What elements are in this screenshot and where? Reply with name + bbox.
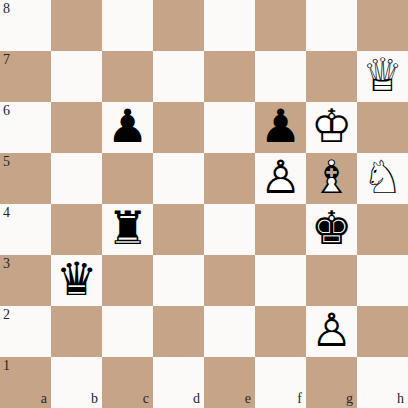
square-h7[interactable]: ♛♕ — [357, 51, 408, 102]
square-c6[interactable]: ♟ — [102, 102, 153, 153]
file-label-h: h — [397, 392, 404, 406]
square-a4[interactable]: 4 — [0, 204, 51, 255]
square-b1[interactable]: b — [51, 357, 102, 408]
square-a7[interactable]: 7 — [0, 51, 51, 102]
square-g7[interactable] — [306, 51, 357, 102]
square-d5[interactable] — [153, 153, 204, 204]
square-h3[interactable] — [357, 255, 408, 306]
square-h2[interactable] — [357, 306, 408, 357]
file-label-c: c — [143, 392, 149, 406]
square-e5[interactable] — [204, 153, 255, 204]
square-g4[interactable]: ♚ — [306, 204, 357, 255]
black-king-glyph: ♚ — [311, 205, 352, 251]
piece-black-rook[interactable]: ♜ — [102, 204, 153, 255]
file-label-f: f — [297, 392, 302, 406]
square-b6[interactable] — [51, 102, 102, 153]
square-e3[interactable] — [204, 255, 255, 306]
square-f5[interactable]: ♟♙ — [255, 153, 306, 204]
square-g1[interactable]: g — [306, 357, 357, 408]
white-queen-outline-glyph: ♕ — [362, 52, 403, 98]
rank-label-6: 6 — [3, 104, 10, 118]
square-d2[interactable] — [153, 306, 204, 357]
square-c8[interactable] — [102, 0, 153, 51]
white-pawn-outline-glyph: ♙ — [260, 154, 301, 200]
square-h6[interactable] — [357, 102, 408, 153]
rank-label-7: 7 — [3, 53, 10, 67]
piece-black-king[interactable]: ♚ — [306, 204, 357, 255]
piece-white-pawn[interactable]: ♟♙ — [255, 153, 306, 204]
square-e2[interactable] — [204, 306, 255, 357]
piece-white-bishop[interactable]: ♝♗ — [306, 153, 357, 204]
file-label-a: a — [41, 392, 47, 406]
square-a8[interactable]: 8 — [0, 0, 51, 51]
square-a6[interactable]: 6 — [0, 102, 51, 153]
rank-label-3: 3 — [3, 257, 10, 271]
piece-white-pawn[interactable]: ♟♙ — [306, 306, 357, 357]
square-a3[interactable]: 3 — [0, 255, 51, 306]
square-f2[interactable] — [255, 306, 306, 357]
white-pawn-outline-glyph: ♙ — [311, 307, 352, 353]
square-d3[interactable] — [153, 255, 204, 306]
file-label-d: d — [193, 392, 200, 406]
square-h1[interactable]: h — [357, 357, 408, 408]
piece-black-pawn[interactable]: ♟ — [102, 102, 153, 153]
square-c3[interactable] — [102, 255, 153, 306]
square-g2[interactable]: ♟♙ — [306, 306, 357, 357]
square-b7[interactable] — [51, 51, 102, 102]
rank-label-8: 8 — [3, 2, 10, 16]
square-g5[interactable]: ♝♗ — [306, 153, 357, 204]
square-e7[interactable] — [204, 51, 255, 102]
square-c1[interactable]: c — [102, 357, 153, 408]
rank-label-2: 2 — [3, 308, 10, 322]
square-d1[interactable]: d — [153, 357, 204, 408]
black-rook-glyph: ♜ — [107, 205, 148, 251]
square-c7[interactable] — [102, 51, 153, 102]
square-e6[interactable] — [204, 102, 255, 153]
rank-label-1: 1 — [3, 359, 10, 373]
square-f8[interactable] — [255, 0, 306, 51]
square-e1[interactable]: e — [204, 357, 255, 408]
square-a2[interactable]: 2 — [0, 306, 51, 357]
square-b4[interactable] — [51, 204, 102, 255]
square-f1[interactable]: f — [255, 357, 306, 408]
square-c5[interactable] — [102, 153, 153, 204]
square-g6[interactable]: ♚♔ — [306, 102, 357, 153]
white-bishop-outline-glyph: ♗ — [311, 154, 352, 200]
square-e8[interactable] — [204, 0, 255, 51]
piece-black-queen[interactable]: ♛ — [51, 255, 102, 306]
square-h5[interactable]: ♞♘ — [357, 153, 408, 204]
square-d8[interactable] — [153, 0, 204, 51]
black-queen-glyph: ♛ — [56, 256, 97, 302]
square-g8[interactable] — [306, 0, 357, 51]
square-g3[interactable] — [306, 255, 357, 306]
square-d4[interactable] — [153, 204, 204, 255]
square-b5[interactable] — [51, 153, 102, 204]
black-pawn-glyph: ♟ — [107, 103, 148, 149]
square-b8[interactable] — [51, 0, 102, 51]
rank-label-5: 5 — [3, 155, 10, 169]
piece-white-king[interactable]: ♚♔ — [306, 102, 357, 153]
file-label-e: e — [245, 392, 251, 406]
square-e4[interactable] — [204, 204, 255, 255]
square-c4[interactable]: ♜ — [102, 204, 153, 255]
square-h8[interactable] — [357, 0, 408, 51]
white-knight-outline-glyph: ♘ — [362, 154, 403, 200]
chess-board: 87♛♕6♟♟♚♔5♟♙♝♗♞♘4♜♚3♛2♟♙1abcdefgh — [0, 0, 408, 408]
black-pawn-glyph: ♟ — [260, 103, 301, 149]
square-h4[interactable] — [357, 204, 408, 255]
piece-white-knight[interactable]: ♞♘ — [357, 153, 408, 204]
square-a5[interactable]: 5 — [0, 153, 51, 204]
square-a1[interactable]: 1a — [0, 357, 51, 408]
rank-label-4: 4 — [3, 206, 10, 220]
square-f3[interactable] — [255, 255, 306, 306]
piece-white-queen[interactable]: ♛♕ — [357, 51, 408, 102]
square-f6[interactable]: ♟ — [255, 102, 306, 153]
file-label-b: b — [91, 392, 98, 406]
square-d7[interactable] — [153, 51, 204, 102]
square-f4[interactable] — [255, 204, 306, 255]
white-king-outline-glyph: ♔ — [311, 103, 352, 149]
square-b2[interactable] — [51, 306, 102, 357]
square-f7[interactable] — [255, 51, 306, 102]
piece-black-pawn[interactable]: ♟ — [255, 102, 306, 153]
square-c2[interactable] — [102, 306, 153, 357]
square-b3[interactable]: ♛ — [51, 255, 102, 306]
file-label-g: g — [346, 392, 353, 406]
square-d6[interactable] — [153, 102, 204, 153]
